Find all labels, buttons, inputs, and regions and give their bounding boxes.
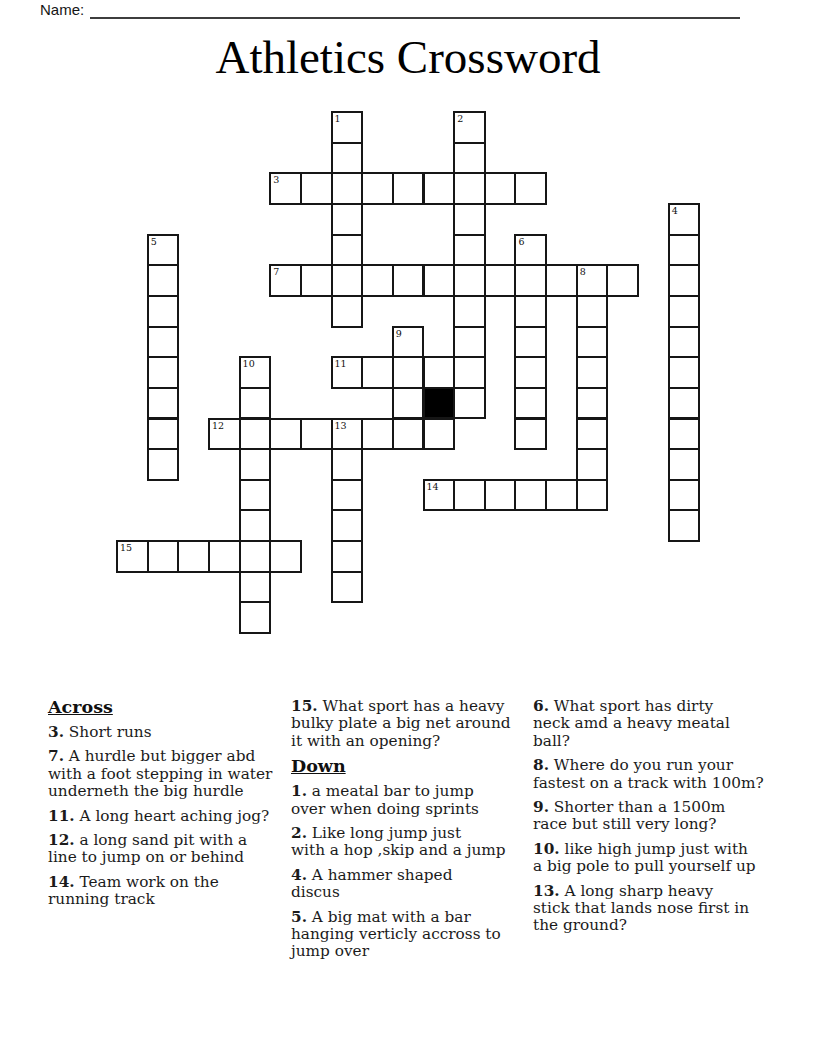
grid-cell-r7c1[interactable] xyxy=(147,326,180,359)
clue-text-12: a long sand pit with a line to jump on o… xyxy=(48,831,247,866)
down-heading: Down xyxy=(291,757,531,776)
clue-down-5: 5. A big mat with a bar hanging verticly… xyxy=(291,909,531,961)
grid-cell-r5c12[interactable] xyxy=(484,264,517,297)
grid-cell-r2c6[interactable] xyxy=(300,172,333,205)
grid-cell-r11c15[interactable] xyxy=(576,448,609,481)
grid-cell-r6c11[interactable] xyxy=(453,295,486,328)
name-fill-line[interactable] xyxy=(90,2,740,19)
clue-number-9: 9. xyxy=(533,798,549,816)
clue-text-8: Where do you run your fastest on a track… xyxy=(533,756,764,791)
cell-number-4: 4 xyxy=(672,205,678,216)
grid-cell-r2c13[interactable] xyxy=(514,172,547,205)
across-heading: Across xyxy=(48,698,288,717)
grid-cell-r8c9[interactable] xyxy=(392,356,425,389)
grid-cell-r14c4[interactable] xyxy=(239,540,272,573)
clue-text-9: Shorter than a 1500m race but still very… xyxy=(533,798,725,833)
grid-cell-r5c5[interactable]: 7 xyxy=(269,264,302,297)
clues-column-2: 15. What sport has a heavy bulky plate a… xyxy=(291,698,531,968)
grid-cell-r8c13[interactable] xyxy=(514,356,547,389)
clue-text-6: What sport has dirty neck amd a heavy me… xyxy=(533,697,730,750)
grid-cell-r1c11[interactable] xyxy=(453,142,486,175)
clue-text-15: What sport has a heavy bulky plate a big… xyxy=(291,697,511,750)
grid-cell-r11c1[interactable] xyxy=(147,448,180,481)
grid-cell-r2c9[interactable] xyxy=(392,172,425,205)
grid-cell-r9c9[interactable] xyxy=(392,387,425,420)
clue-across-11: 11. A long heart aching jog? xyxy=(48,808,288,825)
grid-cell-r7c18[interactable] xyxy=(668,326,701,359)
grid-cell-r10c4[interactable] xyxy=(239,418,272,451)
clue-across-7: 7. A hurdle but bigger abd with a foot s… xyxy=(48,748,288,800)
grid-cell-r14c3[interactable] xyxy=(208,540,241,573)
grid-cell-r1c7[interactable] xyxy=(331,142,364,175)
worksheet-page: Name: Athletics Crossword 12345678910111… xyxy=(0,0,816,1056)
grid-cell-r10c15[interactable] xyxy=(576,418,609,451)
grid-cell-r9c4[interactable] xyxy=(239,387,272,420)
page-title: Athletics Crossword xyxy=(0,31,816,83)
grid-cell-r9c11[interactable] xyxy=(453,387,486,420)
clue-number-15: 15. xyxy=(291,697,318,715)
grid-cell-r4c11[interactable] xyxy=(453,234,486,267)
grid-cell-r12c18[interactable] xyxy=(668,479,701,512)
grid-cell-r10c18[interactable] xyxy=(668,418,701,451)
grid-cell-r7c15[interactable] xyxy=(576,326,609,359)
grid-cell-r14c1[interactable] xyxy=(147,540,180,573)
cell-number-10: 10 xyxy=(243,358,255,369)
grid-cell-r5c9[interactable] xyxy=(392,264,425,297)
grid-cell-r5c18[interactable] xyxy=(668,264,701,297)
grid-cell-r5c10[interactable] xyxy=(423,264,456,297)
name-row: Name: xyxy=(40,1,740,19)
grid-cell-r3c7[interactable] xyxy=(331,203,364,236)
grid-cell-r13c4[interactable] xyxy=(239,509,272,542)
clues-column-3: 6. What sport has dirty neck amd a heavy… xyxy=(533,698,773,942)
clue-number-3: 3. xyxy=(48,723,64,741)
grid-cell-r10c7[interactable]: 13 xyxy=(331,418,364,451)
grid-cell-r12c15[interactable] xyxy=(576,479,609,512)
grid-cell-r8c4[interactable]: 10 xyxy=(239,356,272,389)
clue-across-3: 3. Short runs xyxy=(48,724,288,741)
grid-cell-r14c5[interactable] xyxy=(269,540,302,573)
grid-cell-r2c10[interactable] xyxy=(423,172,456,205)
grid-cell-r11c18[interactable] xyxy=(668,448,701,481)
grid-cell-r9c1[interactable] xyxy=(147,387,180,420)
grid-cell-r8c7[interactable]: 11 xyxy=(331,356,364,389)
cell-number-15: 15 xyxy=(120,542,132,553)
grid-cell-r12c10[interactable]: 14 xyxy=(423,479,456,512)
grid-cell-r10c9[interactable] xyxy=(392,418,425,451)
cell-number-12: 12 xyxy=(212,420,224,431)
cell-number-11: 11 xyxy=(335,358,347,369)
grid-cell-r6c15[interactable] xyxy=(576,295,609,328)
grid-cell-r10c10[interactable] xyxy=(423,418,456,451)
clue-number-2: 2. xyxy=(291,824,307,842)
grid-cell-r13c18[interactable] xyxy=(668,509,701,542)
clue-number-8: 8. xyxy=(533,756,549,774)
clue-text-13: A long sharp heavy stick that lands nose… xyxy=(533,882,749,935)
cell-number-7: 7 xyxy=(273,266,279,277)
grid-cell-r5c16[interactable] xyxy=(606,264,639,297)
grid-cell-r6c18[interactable] xyxy=(668,295,701,328)
grid-cell-r8c10[interactable] xyxy=(423,356,456,389)
clue-text-11: A long heart aching jog? xyxy=(75,807,270,825)
grid-cell-r10c6[interactable] xyxy=(300,418,333,451)
clue-text-1: a meatal bar to jump over when doing spr… xyxy=(291,782,479,817)
clue-down-10: 10. like high jump just with a big pole … xyxy=(533,841,773,876)
cell-number-2: 2 xyxy=(457,113,463,124)
grid-cell-r5c8[interactable] xyxy=(361,264,394,297)
grid-cell-r7c13[interactable] xyxy=(514,326,547,359)
grid-cell-r12c11[interactable] xyxy=(453,479,486,512)
grid-cell-r8c1[interactable] xyxy=(147,356,180,389)
grid-cell-r16c4[interactable] xyxy=(239,601,272,634)
grid-cell-r3c18[interactable]: 4 xyxy=(668,203,701,236)
clue-down-4: 4. A hammer shaped discus xyxy=(291,867,531,902)
grid-cell-r2c5[interactable]: 3 xyxy=(269,172,302,205)
clue-down-2: 2. Like long jump just with a hop ,skip … xyxy=(291,825,531,860)
clue-number-7: 7. xyxy=(48,747,64,765)
clue-number-6: 6. xyxy=(533,697,549,715)
clue-across-14: 14. Team work on the running track xyxy=(48,874,288,909)
grid-cell-r5c11[interactable] xyxy=(453,264,486,297)
clue-number-13: 13. xyxy=(533,882,560,900)
clue-number-11: 11. xyxy=(48,807,75,825)
grid-cell-r8c15[interactable] xyxy=(576,356,609,389)
clue-number-1: 1. xyxy=(291,782,307,800)
grid-cell-r12c7[interactable] xyxy=(331,479,364,512)
grid-cell-r0c11[interactable]: 2 xyxy=(453,111,486,144)
clue-text-10: like high jump just with a big pole to p… xyxy=(533,840,756,875)
clue-down-6: 6. What sport has dirty neck amd a heavy… xyxy=(533,698,773,750)
clue-down-13: 13. A long sharp heavy stick that lands … xyxy=(533,883,773,935)
grid-cell-r7c9[interactable]: 9 xyxy=(392,326,425,359)
grid-cell-r11c7[interactable] xyxy=(331,448,364,481)
clues-column-1: Across3. Short runs7. A hurdle but bigge… xyxy=(48,698,288,916)
grid-cell-r14c0[interactable]: 15 xyxy=(116,540,149,573)
grid-cell-r14c2[interactable] xyxy=(177,540,210,573)
grid-cell-r2c8[interactable] xyxy=(361,172,394,205)
grid-cell-r0c7[interactable]: 1 xyxy=(331,111,364,144)
grid-cell-r12c14[interactable] xyxy=(545,479,578,512)
clue-text-3: Short runs xyxy=(64,723,152,741)
cell-number-1: 1 xyxy=(335,113,341,124)
grid-cell-r12c12[interactable] xyxy=(484,479,517,512)
grid-cell-r5c15[interactable]: 8 xyxy=(576,264,609,297)
grid-cell-r8c11[interactable] xyxy=(453,356,486,389)
grid-cell-r5c6[interactable] xyxy=(300,264,333,297)
grid-cell-r4c13[interactable]: 6 xyxy=(514,234,547,267)
clue-number-12: 12. xyxy=(48,831,75,849)
grid-cell-r2c12[interactable] xyxy=(484,172,517,205)
grid-cell-r10c13[interactable] xyxy=(514,418,547,451)
grid-cell-r2c7[interactable] xyxy=(331,172,364,205)
cell-number-9: 9 xyxy=(396,328,402,339)
cell-number-13: 13 xyxy=(335,420,347,431)
cell-number-6: 6 xyxy=(518,236,524,247)
grid-cell-r3c11[interactable] xyxy=(453,203,486,236)
clue-text-5: A big mat with a bar hanging verticly ac… xyxy=(291,908,501,961)
grid-cell-r6c7[interactable] xyxy=(331,295,364,328)
grid-cell-r9c18[interactable] xyxy=(668,387,701,420)
grid-cell-r7c11[interactable] xyxy=(453,326,486,359)
clue-number-5: 5. xyxy=(291,908,307,926)
grid-cell-r12c4[interactable] xyxy=(239,479,272,512)
grid-cell-r4c1[interactable]: 5 xyxy=(147,234,180,267)
name-label: Name: xyxy=(40,1,84,19)
cell-number-3: 3 xyxy=(273,174,279,185)
grid-cell-r6c1[interactable] xyxy=(147,295,180,328)
cell-number-5: 5 xyxy=(151,236,157,247)
grid-cell-r14c7[interactable] xyxy=(331,540,364,573)
grid-cell-r4c7[interactable] xyxy=(331,234,364,267)
grid-cell-r10c5[interactable] xyxy=(269,418,302,451)
grid-cell-r9c15[interactable] xyxy=(576,387,609,420)
grid-cell-r5c7[interactable] xyxy=(331,264,364,297)
grid-cell-r12c13[interactable] xyxy=(514,479,547,512)
grid-cell-r13c7[interactable] xyxy=(331,509,364,542)
grid-cell-r15c7[interactable] xyxy=(331,571,364,604)
clue-number-14: 14. xyxy=(48,873,75,891)
grid-cell-r10c1[interactable] xyxy=(147,418,180,451)
clue-across-15: 15. What sport has a heavy bulky plate a… xyxy=(291,698,531,750)
clue-text-7: A hurdle but bigger abd with a foot step… xyxy=(48,747,272,800)
grid-cell-r5c13[interactable] xyxy=(514,264,547,297)
clue-across-12: 12. a long sand pit with a line to jump … xyxy=(48,832,288,867)
clue-number-4: 4. xyxy=(291,866,307,884)
clue-down-1: 1. a meatal bar to jump over when doing … xyxy=(291,783,531,818)
grid-cell-r6c13[interactable] xyxy=(514,295,547,328)
grid-cell-black-r9c10 xyxy=(423,387,456,420)
grid-cell-r11c4[interactable] xyxy=(239,448,272,481)
grid-cell-r8c18[interactable] xyxy=(668,356,701,389)
clue-text-4: A hammer shaped discus xyxy=(291,866,452,901)
grid-cell-r10c8[interactable] xyxy=(361,418,394,451)
grid-cell-r15c4[interactable] xyxy=(239,571,272,604)
clue-number-10: 10. xyxy=(533,840,560,858)
grid-cell-r8c8[interactable] xyxy=(361,356,394,389)
grid-cell-r10c3[interactable]: 12 xyxy=(208,418,241,451)
clue-text-2: Like long jump just with a hop ,skip and… xyxy=(291,824,506,859)
grid-cell-r5c14[interactable] xyxy=(545,264,578,297)
clue-down-9: 9. Shorter than a 1500m race but still v… xyxy=(533,799,773,834)
grid-cell-r4c18[interactable] xyxy=(668,234,701,267)
cell-number-14: 14 xyxy=(427,481,439,492)
grid-cell-r2c11[interactable] xyxy=(453,172,486,205)
grid-cell-r9c13[interactable] xyxy=(514,387,547,420)
cell-number-8: 8 xyxy=(580,266,586,277)
grid-cell-r5c1[interactable] xyxy=(147,264,180,297)
clue-down-8: 8. Where do you run your fastest on a tr… xyxy=(533,757,773,792)
